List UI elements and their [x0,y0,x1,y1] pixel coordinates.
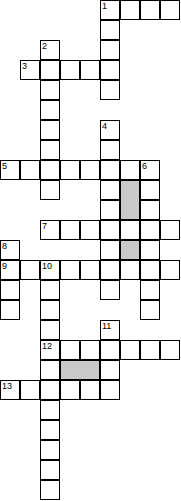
crossword-cell-r14-c2[interactable] [40,280,60,300]
crossword-cell-r11-c2[interactable] [40,220,60,240]
crossword-cell-r7-c2[interactable] [40,140,60,160]
crossword-cell-r10-c5[interactable] [100,200,120,220]
crossword-cell-r17-c2[interactable] [40,340,60,360]
crossword-cell-r13-c3[interactable] [60,260,80,280]
crossword-cell-r3-c2[interactable] [40,60,60,80]
crossword-cell-r11-c6[interactable] [120,220,140,240]
crossword-cell-r9-c5[interactable] [100,180,120,200]
crossword-cell-r4-c2[interactable] [40,80,60,100]
crossword-cell-r12-c7[interactable] [140,240,160,260]
crossword-cell-r14-c0[interactable] [0,280,20,300]
crossword-cell-r17-c6[interactable] [120,340,140,360]
crossword-cell-r20-c2[interactable] [40,400,60,420]
crossword-cell-r13-c0[interactable] [0,260,20,280]
crossword-cell-r5-c2[interactable] [40,100,60,120]
crossword-cell-r11-c4[interactable] [80,220,100,240]
crossword-cell-r17-c5[interactable] [100,340,120,360]
crossword-cell-r8-c1[interactable] [20,160,40,180]
crossword-cell-r11-c3[interactable] [60,220,80,240]
crossword-cell-r3-c3[interactable] [60,60,80,80]
crossword-cell-r2-c5[interactable] [100,40,120,60]
crossword-cell-r19-c1[interactable] [20,380,40,400]
crossword-cell-r12-c0[interactable] [0,240,20,260]
crossword-cell-r3-c5[interactable] [100,60,120,80]
crossword-cell-r8-c4[interactable] [80,160,100,180]
crossword-cell-r13-c7[interactable] [140,260,160,280]
blocked-cell-r9-c6 [120,180,140,220]
crossword-cell-r9-c7[interactable] [140,180,160,200]
crossword-cell-r18-c5[interactable] [100,360,120,380]
crossword-cell-r6-c5[interactable] [100,120,120,140]
crossword-cell-r13-c2[interactable] [40,260,60,280]
crossword-grid: 12345678910111213 [0,0,181,501]
crossword-cell-r13-c5[interactable] [100,260,120,280]
crossword-cell-r19-c3[interactable] [60,380,80,400]
crossword-cell-r11-c8[interactable] [160,220,180,240]
blocked-cell-r12-c6 [120,240,140,260]
crossword-cell-r23-c2[interactable] [40,460,60,480]
crossword-cell-r24-c2[interactable] [40,480,60,500]
crossword-cell-r11-c5[interactable] [100,220,120,240]
crossword-cell-r15-c0[interactable] [0,300,20,320]
crossword-cell-r0-c6[interactable] [120,0,140,20]
crossword-cell-r13-c6[interactable] [120,260,140,280]
crossword-cell-r3-c1[interactable] [20,60,40,80]
crossword-cell-r8-c0[interactable] [0,160,20,180]
crossword-cell-r3-c4[interactable] [80,60,100,80]
crossword-cell-r17-c7[interactable] [140,340,160,360]
crossword-cell-r11-c7[interactable] [140,220,160,240]
crossword-cell-r6-c2[interactable] [40,120,60,140]
crossword-cell-r7-c5[interactable] [100,140,120,160]
crossword-cell-r10-c7[interactable] [140,200,160,220]
crossword-cell-r19-c4[interactable] [80,380,100,400]
crossword-cell-r13-c1[interactable] [20,260,40,280]
crossword-cell-r14-c7[interactable] [140,280,160,300]
crossword-cell-r8-c5[interactable] [100,160,120,180]
crossword-cell-r8-c2[interactable] [40,160,60,180]
crossword-cell-r13-c4[interactable] [80,260,100,280]
crossword-cell-r19-c5[interactable] [100,380,120,400]
crossword-cell-r2-c2[interactable] [40,40,60,60]
crossword-cell-r16-c2[interactable] [40,320,60,340]
crossword-cell-r0-c7[interactable] [140,0,160,20]
crossword-cell-r9-c2[interactable] [40,180,60,200]
crossword-cell-r21-c2[interactable] [40,420,60,440]
crossword-cell-r8-c6[interactable] [120,160,140,180]
crossword-cell-r18-c2[interactable] [40,360,60,380]
crossword-cell-r0-c5[interactable] [100,0,120,20]
crossword-cell-r4-c5[interactable] [100,80,120,100]
crossword-cell-r1-c5[interactable] [100,20,120,40]
crossword-cell-r15-c7[interactable] [140,300,160,320]
crossword-cell-r16-c5[interactable] [100,320,120,340]
crossword-cell-r0-c8[interactable] [160,0,180,20]
crossword-cell-r17-c3[interactable] [60,340,80,360]
crossword-cell-r19-c0[interactable] [0,380,20,400]
crossword-cell-r17-c4[interactable] [80,340,100,360]
crossword-cell-r15-c2[interactable] [40,300,60,320]
crossword-cell-r22-c2[interactable] [40,440,60,460]
crossword-cell-r17-c8[interactable] [160,340,180,360]
crossword-cell-r8-c7[interactable] [140,160,160,180]
blocked-cell-r18-c3 [60,360,100,380]
crossword-cell-r12-c5[interactable] [100,240,120,260]
crossword-cell-r19-c2[interactable] [40,380,60,400]
crossword-cell-r8-c3[interactable] [60,160,80,180]
crossword-cell-r13-c8[interactable] [160,260,180,280]
crossword-cell-r14-c5[interactable] [100,280,120,300]
